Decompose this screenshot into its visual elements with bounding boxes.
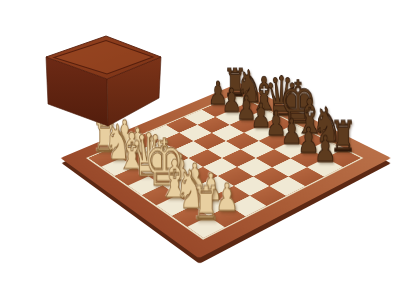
storage-box	[0, 0, 400, 300]
chess-set-product-photo: ♜♞♝♛♚♝♞♜♟♟♟♟♟♟♟♟♟♟♟♟♟♟♟♟♜♞♝♛♚♝♞♜	[0, 0, 400, 300]
